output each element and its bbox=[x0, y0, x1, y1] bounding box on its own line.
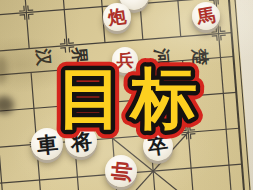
piece-character: 将 bbox=[69, 129, 92, 152]
piece-layer: 炮馬兵車将卒帅 bbox=[0, 0, 253, 190]
piece-character: 炮 bbox=[107, 7, 127, 27]
piece-character: 帅 bbox=[110, 160, 133, 183]
piece-character: 兵 bbox=[117, 52, 134, 69]
piece-red-soldier[interactable]: 兵 bbox=[112, 47, 138, 73]
piece-character: 馬 bbox=[196, 6, 217, 27]
piece-black-chariot[interactable]: 車 bbox=[31, 128, 63, 160]
piece-character: 車 bbox=[35, 132, 58, 155]
piece-red-cannon[interactable]: 炮 bbox=[103, 3, 131, 31]
piece-red-horse[interactable]: 馬 bbox=[192, 2, 220, 30]
piece-black-general[interactable]: 将 bbox=[65, 125, 97, 157]
xiangqi-video-frame: 汉 界 河 楚 炮馬兵車将卒帅 目标 目标 目标 bbox=[0, 0, 253, 190]
piece-character: 卒 bbox=[147, 135, 170, 158]
piece-black-soldier[interactable]: 卒 bbox=[143, 131, 173, 161]
piece-red-general[interactable]: 帅 bbox=[105, 155, 137, 187]
